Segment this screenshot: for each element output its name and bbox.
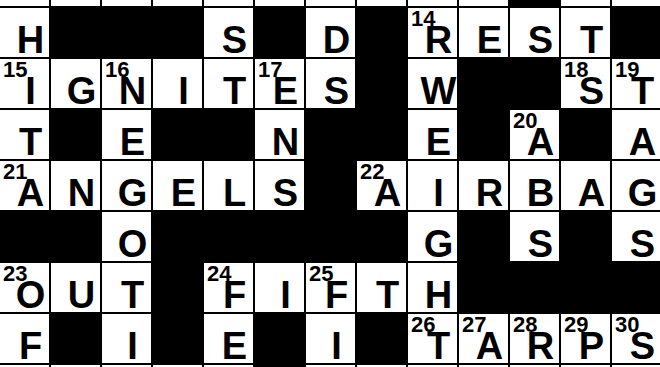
- cell-letter: N: [108, 72, 157, 110]
- grid-cell[interactable]: E: [102, 110, 151, 159]
- block-cell: [459, 59, 508, 108]
- cell-letter: G: [414, 225, 463, 263]
- grid-cell[interactable]: I: [306, 314, 355, 363]
- block-cell: [357, 212, 406, 261]
- grid-cell[interactable]: N: [255, 110, 304, 159]
- block-cell: [357, 59, 406, 108]
- cell-letter: B: [516, 174, 565, 212]
- cell-letter: F: [312, 276, 361, 314]
- block-cell: [255, 212, 304, 261]
- cell-letter: E: [210, 327, 259, 365]
- block-cell: [153, 212, 202, 261]
- cell-letter: I: [414, 174, 463, 212]
- cell-letter: A: [618, 123, 660, 161]
- cell-letter: H: [6, 21, 55, 59]
- grid-cell[interactable]: H: [408, 263, 457, 312]
- grid-cell[interactable]: A: [612, 110, 660, 159]
- block-cell: [51, 8, 100, 57]
- block-cell: [561, 212, 610, 261]
- grid-cell[interactable]: 30S: [612, 314, 660, 363]
- grid-cell[interactable]: [204, 0, 253, 6]
- grid-cell[interactable]: G: [408, 212, 457, 261]
- cell-letter: S: [312, 72, 361, 110]
- grid-cell[interactable]: 22A: [357, 161, 406, 210]
- grid-cell[interactable]: 25F: [306, 263, 355, 312]
- grid-cell[interactable]: B: [510, 161, 559, 210]
- grid-cell[interactable]: G: [51, 59, 100, 108]
- block-cell: [612, 8, 660, 57]
- grid-cell[interactable]: T: [102, 263, 151, 312]
- grid-cell[interactable]: [255, 0, 304, 6]
- cell-letter: G: [108, 174, 157, 212]
- block-cell: [204, 110, 253, 159]
- cell-letter: R: [516, 327, 565, 365]
- block-cell: [612, 263, 660, 312]
- cell-letter: H: [414, 276, 463, 314]
- grid-cell[interactable]: N: [51, 161, 100, 210]
- block-cell: [255, 8, 304, 57]
- block-cell: [51, 314, 100, 363]
- block-cell: [459, 263, 508, 312]
- block-cell: [204, 212, 253, 261]
- grid-cell[interactable]: G: [612, 161, 660, 210]
- grid-cell[interactable]: 23O: [0, 263, 49, 312]
- grid-cell[interactable]: T: [561, 8, 610, 57]
- grid-cell[interactable]: I: [153, 59, 202, 108]
- block-cell: [306, 212, 355, 261]
- grid-cell[interactable]: [153, 0, 202, 6]
- grid-cell[interactable]: [357, 0, 406, 6]
- grid-cell[interactable]: I: [255, 263, 304, 312]
- cell-letter: A: [6, 174, 55, 212]
- cell-letter: S: [516, 225, 565, 263]
- block-cell: [153, 263, 202, 312]
- grid-cell[interactable]: [51, 0, 100, 6]
- block-cell: [255, 314, 304, 363]
- grid-cell[interactable]: 26T: [408, 314, 457, 363]
- cell-letter: S: [516, 21, 565, 59]
- block-cell: [561, 263, 610, 312]
- cell-letter: O: [6, 276, 55, 314]
- grid-cell[interactable]: T: [204, 59, 253, 108]
- cell-letter: T: [618, 72, 660, 110]
- grid-cell[interactable]: 27A: [459, 314, 508, 363]
- grid-cell[interactable]: S: [204, 8, 253, 57]
- cell-letter: I: [312, 327, 361, 365]
- grid-cell[interactable]: [612, 0, 660, 6]
- block-cell: [510, 0, 559, 6]
- cell-letter: R: [414, 21, 463, 59]
- grid-cell[interactable]: T: [357, 263, 406, 312]
- grid-cell[interactable]: I: [102, 314, 151, 363]
- block-cell: [306, 110, 355, 159]
- block-cell: [510, 263, 559, 312]
- cell-letter: A: [465, 327, 514, 365]
- grid-cell[interactable]: [306, 0, 355, 6]
- cell-letter: E: [159, 174, 208, 212]
- grid-cell[interactable]: 15I: [0, 59, 49, 108]
- block-cell: [153, 8, 202, 57]
- cell-letter: I: [6, 72, 55, 110]
- grid-cell[interactable]: [459, 0, 508, 6]
- grid-cell[interactable]: U: [51, 263, 100, 312]
- block-cell: [459, 212, 508, 261]
- block-cell: [102, 8, 151, 57]
- grid-cell[interactable]: 21A: [0, 161, 49, 210]
- cell-letter: W: [414, 72, 463, 110]
- cell-letter: U: [57, 276, 106, 314]
- grid-cell[interactable]: A: [561, 161, 610, 210]
- cell-letter: S: [567, 72, 616, 110]
- grid-cell[interactable]: D: [306, 8, 355, 57]
- cell-letter: E: [414, 123, 463, 161]
- grid-cell[interactable]: 14R: [408, 8, 457, 57]
- grid-cell[interactable]: E: [153, 161, 202, 210]
- grid-cell[interactable]: 16N: [102, 59, 151, 108]
- grid-cell[interactable]: S: [510, 212, 559, 261]
- cell-letter: N: [261, 123, 310, 161]
- block-cell: [459, 110, 508, 159]
- block-cell: [357, 314, 406, 363]
- cell-letter: G: [57, 72, 106, 110]
- cell-letter: G: [618, 174, 660, 212]
- grid-cell[interactable]: S: [255, 161, 304, 210]
- cell-letter: F: [210, 276, 259, 314]
- grid-cell[interactable]: H: [0, 8, 49, 57]
- grid-cell[interactable]: [102, 0, 151, 6]
- cell-letter: S: [618, 225, 660, 263]
- block-cell: [153, 314, 202, 363]
- block-cell: [306, 161, 355, 210]
- grid-cell[interactable]: E: [459, 8, 508, 57]
- grid-cell[interactable]: O: [102, 212, 151, 261]
- grid-cell[interactable]: [561, 0, 610, 6]
- block-cell: [153, 110, 202, 159]
- cell-letter: L: [210, 174, 259, 212]
- cell-letter: S: [261, 174, 310, 212]
- cell-letter: S: [210, 21, 259, 59]
- grid-cell[interactable]: E: [204, 314, 253, 363]
- cell-letter: T: [210, 72, 259, 110]
- block-cell: [510, 59, 559, 108]
- block-cell: [561, 110, 610, 159]
- cell-letter: T: [363, 276, 412, 314]
- cell-letter: T: [108, 276, 157, 314]
- grid-cell[interactable]: S: [306, 59, 355, 108]
- cell-letter: A: [567, 174, 616, 212]
- cell-letter: E: [108, 123, 157, 161]
- block-cell: [357, 8, 406, 57]
- block-cell: [51, 110, 100, 159]
- cell-letter: D: [312, 21, 361, 59]
- block-cell: [0, 212, 49, 261]
- grid-cell[interactable]: S: [510, 8, 559, 57]
- crossword-board: HSD14REST15IG16NIT17ESW18S19TTENE20AA21A…: [0, 0, 660, 367]
- grid-cell[interactable]: 18S: [561, 59, 610, 108]
- grid-cell[interactable]: 17E: [255, 59, 304, 108]
- grid-cell[interactable]: R: [459, 161, 508, 210]
- cell-letter: R: [465, 174, 514, 212]
- grid-cell[interactable]: 29P: [561, 314, 610, 363]
- cell-letter: A: [516, 123, 565, 161]
- grid-cell[interactable]: 24F: [204, 263, 253, 312]
- cell-letter: T: [414, 327, 463, 365]
- grid-cell[interactable]: T: [0, 110, 49, 159]
- cell-letter: I: [159, 72, 208, 110]
- grid-cell[interactable]: I: [408, 161, 457, 210]
- grid-cell[interactable]: L: [204, 161, 253, 210]
- cell-letter: N: [57, 174, 106, 212]
- crossword-grid: HSD14REST15IG16NIT17ESW18S19TTENE20AA21A…: [0, 0, 660, 367]
- grid-cell[interactable]: 19T: [612, 59, 660, 108]
- cell-letter: T: [6, 123, 55, 161]
- grid-cell[interactable]: W: [408, 59, 457, 108]
- grid-cell[interactable]: G: [102, 161, 151, 210]
- block-cell: [357, 110, 406, 159]
- cell-letter: O: [108, 225, 157, 263]
- cell-letter: A: [363, 174, 412, 212]
- cell-letter: F: [6, 327, 55, 365]
- grid-cell[interactable]: F: [0, 314, 49, 363]
- cell-letter: I: [108, 327, 157, 365]
- cell-letter: I: [261, 276, 310, 314]
- grid-cell[interactable]: [0, 0, 49, 6]
- cell-letter: S: [618, 327, 660, 365]
- grid-cell[interactable]: 20A: [510, 110, 559, 159]
- cell-letter: E: [261, 72, 310, 110]
- grid-cell[interactable]: E: [408, 110, 457, 159]
- grid-cell[interactable]: S: [612, 212, 660, 261]
- block-cell: [51, 212, 100, 261]
- cell-letter: E: [465, 21, 514, 59]
- cell-letter: T: [567, 21, 616, 59]
- cell-letter: P: [567, 327, 616, 365]
- grid-cell[interactable]: 28R: [510, 314, 559, 363]
